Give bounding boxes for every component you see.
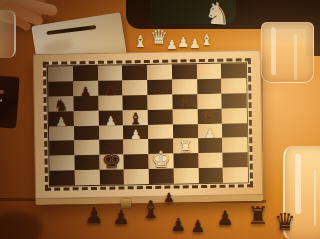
- drinking-glass-top-right: [261, 22, 314, 83]
- board-decorative-border: ♟♟♞♝♟♟♝♛♟♟♜♚♚: [43, 58, 253, 191]
- square-a8: [48, 66, 73, 81]
- square-c7: ♟: [98, 80, 123, 95]
- captured-white-bishop: ♝: [133, 34, 147, 50]
- board-clasp: [121, 199, 131, 208]
- square-f1: [173, 168, 198, 183]
- square-c4: [98, 125, 123, 140]
- square-b2: [74, 155, 99, 170]
- square-d1: [124, 169, 149, 184]
- square-h3: [222, 138, 247, 153]
- captured-black-rook: ♜: [247, 204, 269, 228]
- square-d3: [123, 139, 148, 154]
- square-d7: [122, 80, 147, 95]
- captured-white-pawn: ♟: [189, 37, 201, 50]
- square-c2: ♚: [99, 155, 124, 170]
- square-g2: [198, 153, 223, 168]
- square-g3: [198, 138, 223, 153]
- box-glint: [0, 90, 4, 94]
- square-g7: [197, 79, 222, 94]
- square-d2: [124, 154, 149, 169]
- square-e5: [148, 109, 173, 124]
- square-h6: [222, 93, 247, 108]
- square-c5: ♟: [98, 110, 123, 125]
- square-e1: [149, 169, 174, 184]
- square-b4: [74, 125, 99, 140]
- captured-white-queen: ♛: [150, 27, 168, 47]
- square-b1: [74, 170, 99, 185]
- captured-white-pawn: ♟: [177, 35, 190, 49]
- square-b7: ♟: [73, 81, 98, 96]
- square-f7: [172, 79, 197, 94]
- square-a4: [49, 126, 74, 141]
- square-d4: ♟: [123, 125, 148, 140]
- square-a6: ♞: [48, 96, 73, 111]
- square-h8: [221, 63, 246, 78]
- captured-black-pawn: ♟: [84, 205, 104, 227]
- square-f6: ♝: [172, 94, 197, 109]
- square-c8: [97, 65, 122, 80]
- square-e6: [147, 94, 172, 109]
- drinking-glass-bottom-right: [283, 146, 320, 239]
- square-a5: ♟: [49, 111, 74, 126]
- square-d6: [123, 95, 148, 110]
- square-d5: ♝: [123, 110, 148, 125]
- square-a7: [48, 81, 73, 96]
- square-e4: [148, 124, 173, 139]
- captured-black-pawn: ♟: [216, 208, 234, 228]
- table-shadow-corner: [0, 212, 42, 239]
- square-e7: [147, 79, 172, 94]
- drinking-glass-left: [0, 10, 16, 58]
- square-g1: [198, 168, 223, 183]
- square-c6: [98, 95, 123, 110]
- square-h1: [223, 167, 248, 182]
- square-f5: [172, 109, 197, 124]
- square-e2: ♚: [148, 154, 173, 169]
- square-h4: [222, 123, 247, 138]
- square-c3: [99, 140, 124, 155]
- square-a1: [50, 170, 75, 185]
- square-e3: [148, 139, 173, 154]
- board-grid: ♟♟♞♝♟♟♝♛♟♟♜♚♚: [48, 63, 248, 185]
- square-b3: [74, 140, 99, 155]
- square-f4: [173, 124, 198, 139]
- square-g6: [197, 93, 222, 108]
- square-h5: [222, 108, 247, 123]
- square-g4: ♟: [197, 123, 222, 138]
- captured-white-pawn: ♟: [166, 38, 178, 51]
- square-f8: [172, 64, 197, 79]
- square-e8: [147, 65, 172, 80]
- piece-box: [0, 75, 20, 128]
- square-a2: [49, 156, 74, 171]
- pen: [46, 25, 96, 35]
- chess-board: ♟♟♞♝♟♟♝♛♟♟♜♚♚: [33, 50, 264, 205]
- captured-white-bishop: ♝: [200, 33, 213, 48]
- square-b6: [73, 96, 98, 111]
- square-g5: ♛: [197, 108, 222, 123]
- square-g8: [196, 64, 221, 79]
- square-d8: [122, 65, 147, 80]
- captured-black-pawn: ♟: [170, 216, 186, 234]
- chess-game-photo: ♞ ♝♛♟♟♟♝ ♟♟♞♝♟♟♝♛♟♟♜♚♚ ♟♟♝♟♟♟♟♜♛: [0, 0, 320, 239]
- captured-black-pawn: ♟: [190, 218, 205, 235]
- square-f3: ♜: [173, 139, 198, 154]
- square-f2: [173, 153, 198, 168]
- square-c1: [99, 170, 124, 185]
- square-h2: [223, 153, 248, 168]
- captured-black-pawn: ♟: [112, 207, 130, 227]
- white-knight-statue: ♞: [203, 0, 231, 30]
- square-a3: [49, 141, 74, 156]
- square-b5: [73, 110, 98, 125]
- square-b8: [73, 66, 98, 81]
- square-h7: [221, 78, 246, 93]
